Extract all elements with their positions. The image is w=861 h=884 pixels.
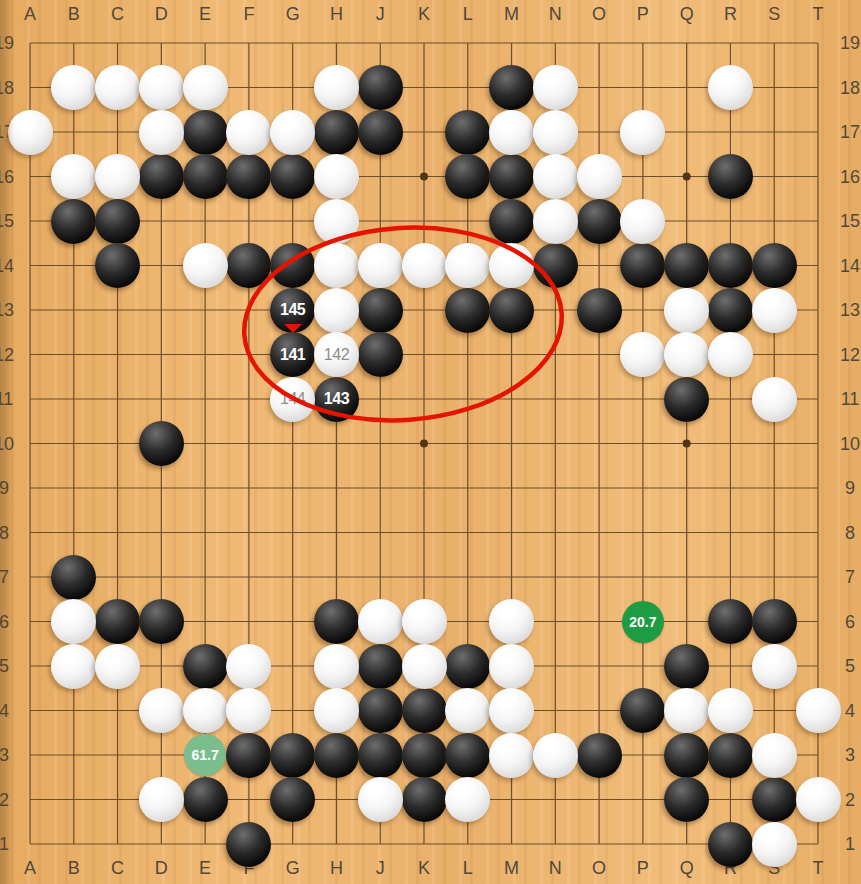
coord-right-18: 18 [840, 77, 860, 98]
white-stone-C16[interactable] [95, 154, 140, 199]
coord-left-4: 4 [0, 700, 9, 721]
white-stone-M5[interactable] [489, 644, 534, 689]
white-stone-M3[interactable] [489, 733, 534, 778]
black-stone-D10[interactable] [139, 421, 184, 466]
coord-top-D: D [155, 4, 168, 25]
black-stone-R3[interactable] [708, 733, 753, 778]
black-stone-F3[interactable] [226, 733, 271, 778]
white-stone-E4[interactable] [183, 688, 228, 733]
black-stone-G16[interactable] [270, 154, 315, 199]
white-stone-B16[interactable] [51, 154, 96, 199]
black-stone-R16[interactable] [708, 154, 753, 199]
coord-right-6: 6 [845, 611, 855, 632]
black-stone-H17[interactable] [314, 110, 359, 155]
coord-left-12: 12 [0, 344, 14, 365]
black-stone-L3[interactable] [445, 733, 490, 778]
black-stone-Q11[interactable] [664, 377, 709, 422]
white-stone-J6[interactable] [358, 599, 403, 644]
coord-bottom-K: K [418, 858, 430, 879]
black-stone-F1[interactable] [226, 822, 271, 867]
coord-top-S: S [768, 4, 780, 25]
white-stone-S1[interactable] [752, 822, 797, 867]
coord-top-L: L [463, 4, 473, 25]
black-stone-J13[interactable] [358, 288, 403, 333]
black-stone-L5[interactable] [445, 644, 490, 689]
coord-left-5: 5 [0, 656, 9, 677]
black-stone-M16[interactable] [489, 154, 534, 199]
black-stone-O15[interactable] [577, 199, 622, 244]
white-stone-P17[interactable] [620, 110, 665, 155]
white-stone-L4[interactable] [445, 688, 490, 733]
black-stone-Q2[interactable] [664, 777, 709, 822]
move-number-142: 142 [314, 332, 359, 377]
coord-bottom-G: G [286, 858, 300, 879]
white-stone-D17[interactable] [139, 110, 184, 155]
coord-right-12: 12 [840, 344, 860, 365]
coord-right-19: 19 [840, 33, 860, 54]
black-stone-J5[interactable] [358, 644, 403, 689]
black-stone-K3[interactable] [402, 733, 447, 778]
white-stone-H14[interactable] [314, 243, 359, 288]
coord-left-18: 18 [0, 77, 14, 98]
coord-top-O: O [592, 4, 606, 25]
black-stone-Q14[interactable] [664, 243, 709, 288]
coord-top-T: T [813, 4, 824, 25]
black-stone-Q5[interactable] [664, 644, 709, 689]
coord-bottom-H: H [330, 858, 343, 879]
coord-right-8: 8 [845, 522, 855, 543]
black-stone-N14[interactable] [533, 243, 578, 288]
coord-right-3: 3 [845, 745, 855, 766]
white-stone-C18[interactable] [95, 65, 140, 110]
black-stone-R1[interactable] [708, 822, 753, 867]
white-stone-S13[interactable] [752, 288, 797, 333]
coord-bottom-M: M [504, 858, 519, 879]
white-stone-G17[interactable] [270, 110, 315, 155]
black-stone-G12[interactable]: 141 [270, 332, 315, 377]
white-stone-J2[interactable] [358, 777, 403, 822]
black-stone-J17[interactable] [358, 110, 403, 155]
white-stone-C5[interactable] [95, 644, 140, 689]
white-stone-N17[interactable] [533, 110, 578, 155]
black-stone-P4[interactable] [620, 688, 665, 733]
white-stone-B6[interactable] [51, 599, 96, 644]
white-stone-H13[interactable] [314, 288, 359, 333]
coord-top-B: B [68, 4, 80, 25]
black-stone-H3[interactable] [314, 733, 359, 778]
coord-bottom-J: J [376, 858, 385, 879]
white-stone-F4[interactable] [226, 688, 271, 733]
black-stone-D16[interactable] [139, 154, 184, 199]
black-stone-R14[interactable] [708, 243, 753, 288]
black-stone-M15[interactable] [489, 199, 534, 244]
white-stone-H16[interactable] [314, 154, 359, 199]
coord-bottom-B: B [68, 858, 80, 879]
black-stone-E2[interactable] [183, 777, 228, 822]
coord-left-7: 7 [0, 567, 9, 588]
white-stone-M6[interactable] [489, 599, 534, 644]
white-stone-N18[interactable] [533, 65, 578, 110]
coord-right-1: 1 [845, 834, 855, 855]
black-stone-B15[interactable] [51, 199, 96, 244]
coord-right-17: 17 [840, 122, 860, 143]
white-stone-N15[interactable] [533, 199, 578, 244]
white-stone-L14[interactable] [445, 243, 490, 288]
white-stone-S11[interactable] [752, 377, 797, 422]
black-stone-O3[interactable] [577, 733, 622, 778]
coord-right-9: 9 [845, 478, 855, 499]
ai-suggestion-E3[interactable]: 61.7 [184, 734, 226, 776]
white-stone-P15[interactable] [620, 199, 665, 244]
go-board[interactable]: AABBCCDDEEFFGGHHJJKKLLMMNNOOPPQQRRSSTT19… [0, 0, 861, 884]
coord-left-11: 11 [0, 389, 13, 410]
white-stone-M4[interactable] [489, 688, 534, 733]
white-stone-D4[interactable] [139, 688, 184, 733]
black-stone-E17[interactable] [183, 110, 228, 155]
black-stone-G14[interactable] [270, 243, 315, 288]
star-point-K10 [420, 440, 428, 448]
black-stone-G13[interactable]: 145 [270, 288, 315, 333]
black-stone-J12[interactable] [358, 332, 403, 377]
white-stone-G11[interactable]: 144 [270, 377, 315, 422]
white-stone-H12[interactable]: 142 [314, 332, 359, 377]
black-stone-S6[interactable] [752, 599, 797, 644]
white-stone-T2[interactable] [796, 777, 841, 822]
black-stone-L13[interactable] [445, 288, 490, 333]
white-stone-T4[interactable] [796, 688, 841, 733]
white-stone-K5[interactable] [402, 644, 447, 689]
coord-right-16: 16 [840, 166, 860, 187]
black-stone-S14[interactable] [752, 243, 797, 288]
coord-left-19: 19 [0, 33, 14, 54]
white-stone-K6[interactable] [402, 599, 447, 644]
black-stone-L17[interactable] [445, 110, 490, 155]
black-stone-J4[interactable] [358, 688, 403, 733]
black-stone-H11[interactable]: 143 [314, 377, 359, 422]
star-point-Q10 [683, 440, 691, 448]
coord-top-G: G [286, 4, 300, 25]
coord-bottom-O: O [592, 858, 606, 879]
white-stone-B5[interactable] [51, 644, 96, 689]
ai-suggestion-P6[interactable]: 20.7 [622, 601, 664, 643]
white-stone-R18[interactable] [708, 65, 753, 110]
coord-top-R: R [724, 4, 737, 25]
black-stone-P14[interactable] [620, 243, 665, 288]
coord-top-N: N [549, 4, 562, 25]
black-stone-J18[interactable] [358, 65, 403, 110]
black-stone-K2[interactable] [402, 777, 447, 822]
black-stone-H6[interactable] [314, 599, 359, 644]
black-stone-B7[interactable] [51, 555, 96, 600]
black-stone-F16[interactable] [226, 154, 271, 199]
coord-right-15: 15 [840, 211, 860, 232]
black-stone-L16[interactable] [445, 154, 490, 199]
coord-bottom-Q: Q [680, 858, 694, 879]
black-stone-E16[interactable] [183, 154, 228, 199]
white-stone-L2[interactable] [445, 777, 490, 822]
coord-top-C: C [111, 4, 124, 25]
white-stone-Q4[interactable] [664, 688, 709, 733]
white-stone-D2[interactable] [139, 777, 184, 822]
white-stone-Q13[interactable] [664, 288, 709, 333]
white-stone-M14[interactable] [489, 243, 534, 288]
coord-top-A: A [24, 4, 36, 25]
move-number-143: 143 [314, 377, 359, 422]
coord-left-8: 8 [0, 522, 9, 543]
white-stone-J14[interactable] [358, 243, 403, 288]
black-stone-C14[interactable] [95, 243, 140, 288]
white-stone-R12[interactable] [708, 332, 753, 377]
move-number-141: 141 [270, 332, 315, 377]
black-stone-M13[interactable] [489, 288, 534, 333]
white-stone-D18[interactable] [139, 65, 184, 110]
black-stone-R13[interactable] [708, 288, 753, 333]
black-stone-E5[interactable] [183, 644, 228, 689]
white-stone-N3[interactable] [533, 733, 578, 778]
white-stone-B18[interactable] [51, 65, 96, 110]
coord-bottom-N: N [549, 858, 562, 879]
coord-top-Q: Q [680, 4, 694, 25]
coord-right-13: 13 [840, 300, 860, 321]
coord-bottom-D: D [155, 858, 168, 879]
black-stone-M18[interactable] [489, 65, 534, 110]
coord-bottom-T: T [813, 858, 824, 879]
coord-bottom-L: L [463, 858, 473, 879]
coord-left-16: 16 [0, 166, 14, 187]
coord-left-14: 14 [0, 255, 14, 276]
coord-right-14: 14 [840, 255, 860, 276]
black-stone-O13[interactable] [577, 288, 622, 333]
coord-top-F: F [243, 4, 254, 25]
coord-right-5: 5 [845, 656, 855, 677]
move-number-144: 144 [270, 377, 315, 422]
white-stone-F17[interactable] [226, 110, 271, 155]
white-stone-S3[interactable] [752, 733, 797, 778]
black-stone-G3[interactable] [270, 733, 315, 778]
coord-top-K: K [418, 4, 430, 25]
black-stone-C15[interactable] [95, 199, 140, 244]
black-stone-F14[interactable] [226, 243, 271, 288]
white-stone-E18[interactable] [183, 65, 228, 110]
white-stone-F5[interactable] [226, 644, 271, 689]
black-stone-R6[interactable] [708, 599, 753, 644]
coord-left-15: 15 [0, 211, 14, 232]
black-stone-Q3[interactable] [664, 733, 709, 778]
black-stone-K4[interactable] [402, 688, 447, 733]
white-stone-A17[interactable] [8, 110, 53, 155]
star-point-K16 [420, 173, 428, 181]
white-stone-H15[interactable] [314, 199, 359, 244]
coord-top-M: M [504, 4, 519, 25]
white-stone-N16[interactable] [533, 154, 578, 199]
coord-right-2: 2 [845, 789, 855, 810]
white-stone-H4[interactable] [314, 688, 359, 733]
white-stone-O16[interactable] [577, 154, 622, 199]
white-stone-H5[interactable] [314, 644, 359, 689]
black-stone-J3[interactable] [358, 733, 403, 778]
black-stone-S2[interactable] [752, 777, 797, 822]
coord-right-7: 7 [845, 567, 855, 588]
coord-left-2: 2 [0, 789, 9, 810]
coord-top-P: P [637, 4, 649, 25]
coord-left-6: 6 [0, 611, 9, 632]
coord-bottom-P: P [637, 858, 649, 879]
coord-left-1: 1 [0, 834, 9, 855]
coord-bottom-A: A [24, 858, 36, 879]
coord-bottom-E: E [199, 858, 211, 879]
coord-right-4: 4 [845, 700, 855, 721]
black-stone-C6[interactable] [95, 599, 140, 644]
coord-left-10: 10 [0, 433, 14, 454]
coord-left-9: 9 [0, 478, 9, 499]
coord-top-E: E [199, 4, 211, 25]
white-stone-S5[interactable] [752, 644, 797, 689]
black-stone-G2[interactable] [270, 777, 315, 822]
white-stone-Q12[interactable] [664, 332, 709, 377]
white-stone-P12[interactable] [620, 332, 665, 377]
coord-left-13: 13 [0, 300, 14, 321]
coord-left-3: 3 [0, 745, 9, 766]
coord-top-H: H [330, 4, 343, 25]
white-stone-M17[interactable] [489, 110, 534, 155]
coord-top-J: J [376, 4, 385, 25]
coord-right-10: 10 [840, 433, 860, 454]
white-stone-K14[interactable] [402, 243, 447, 288]
white-stone-E14[interactable] [183, 243, 228, 288]
white-stone-H18[interactable] [314, 65, 359, 110]
white-stone-R4[interactable] [708, 688, 753, 733]
coord-right-11: 11 [841, 389, 860, 410]
coord-bottom-C: C [111, 858, 124, 879]
black-stone-D6[interactable] [139, 599, 184, 644]
star-point-Q16 [683, 173, 691, 181]
